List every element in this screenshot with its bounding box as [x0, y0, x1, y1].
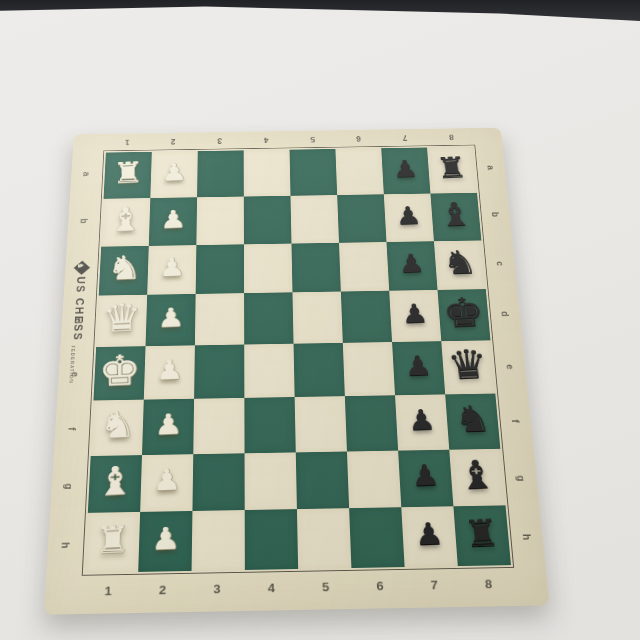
white-rook: ♜ — [113, 158, 144, 188]
table-edge-shadow — [0, 0, 640, 30]
white-pawn: ♟ — [157, 304, 184, 331]
black-bishop: ♝ — [436, 198, 474, 232]
square-b2[interactable]: ♟ — [149, 197, 197, 245]
file-label-right-h: h — [509, 507, 546, 568]
black-pawn: ♟ — [403, 351, 433, 379]
black-rook: ♜ — [462, 514, 501, 552]
square-a6[interactable] — [335, 148, 383, 195]
square-a7[interactable]: ♟ — [381, 148, 430, 195]
square-f2[interactable]: ♟ — [142, 399, 194, 455]
square-b6[interactable] — [337, 194, 386, 242]
black-king: ♚ — [441, 292, 487, 334]
square-g8[interactable]: ♝ — [449, 448, 505, 506]
rank-label-top-5: 5 — [289, 130, 336, 147]
square-g6[interactable] — [347, 450, 401, 508]
square-b5[interactable] — [290, 195, 338, 243]
square-f8[interactable]: ♞ — [445, 393, 500, 449]
square-e2[interactable]: ♟ — [144, 345, 195, 399]
square-b1[interactable]: ♝ — [101, 198, 150, 246]
square-c1[interactable]: ♞ — [99, 246, 149, 296]
white-king: ♚ — [99, 349, 142, 393]
white-rook: ♜ — [95, 520, 130, 559]
file-label-right-a: a — [475, 144, 507, 191]
black-pawn: ♟ — [410, 460, 441, 491]
square-a5[interactable] — [290, 149, 338, 196]
file-label-right-g: g — [503, 449, 539, 507]
rank-label-bottom-6: 6 — [352, 570, 408, 609]
square-e4[interactable] — [244, 344, 294, 398]
square-g5[interactable] — [296, 451, 349, 509]
white-pawn: ♟ — [159, 254, 186, 280]
white-pawn: ♟ — [156, 356, 184, 384]
square-f5[interactable] — [295, 396, 347, 452]
square-d4[interactable] — [244, 293, 293, 345]
rank-label-top-2: 2 — [150, 132, 197, 149]
white-bishop: ♝ — [109, 203, 144, 237]
white-pawn: ♟ — [154, 409, 182, 438]
white-pawn: ♟ — [160, 206, 186, 231]
rank-label-bottom-1: 1 — [80, 575, 136, 614]
square-f6[interactable] — [345, 395, 398, 451]
square-d6[interactable] — [341, 291, 392, 343]
square-a8[interactable]: ♜ — [427, 147, 477, 194]
square-b4[interactable] — [244, 196, 292, 244]
square-g2[interactable]: ♟ — [140, 454, 193, 512]
square-h7[interactable]: ♟ — [401, 507, 458, 568]
black-bishop: ♝ — [456, 454, 498, 495]
rank-label-top-4: 4 — [243, 131, 290, 148]
photo-scene: 12345678 abcdefgh abcdefgh 12345678 US C… — [0, 0, 640, 640]
white-pawn: ♟ — [153, 465, 182, 496]
black-rook: ♜ — [435, 153, 469, 183]
square-d5[interactable] — [292, 292, 342, 344]
rank-label-bottom-8: 8 — [460, 568, 517, 607]
square-d2[interactable]: ♟ — [146, 294, 196, 346]
square-e6[interactable] — [343, 342, 395, 396]
knight-icon — [74, 261, 90, 275]
white-pawn: ♟ — [151, 523, 180, 555]
rank-label-top-3: 3 — [197, 132, 244, 149]
square-d1[interactable]: ♛ — [96, 295, 147, 347]
rank-label-bottom-2: 2 — [135, 574, 190, 613]
knight-in-diamond-icon — [74, 261, 90, 275]
square-c5[interactable] — [291, 242, 340, 292]
square-g3[interactable] — [192, 453, 244, 511]
square-a1[interactable]: ♜ — [104, 152, 152, 199]
us-chess-logo-subtitle: FEDERATION — [68, 345, 76, 383]
chess-board: 12345678 abcdefgh abcdefgh 12345678 US C… — [44, 128, 550, 615]
square-a2[interactable]: ♟ — [150, 151, 197, 198]
us-chess-logo-text: US CHESS — [71, 276, 88, 341]
square-c2[interactable]: ♟ — [147, 245, 196, 295]
black-pawn: ♟ — [392, 156, 420, 180]
black-knight: ♞ — [441, 246, 479, 280]
file-label-left-f: f — [54, 401, 91, 458]
square-f4[interactable] — [244, 397, 295, 453]
white-queen: ♛ — [102, 298, 142, 339]
square-e7[interactable]: ♟ — [392, 341, 445, 395]
square-c7[interactable]: ♟ — [386, 241, 437, 291]
board-grid: ♜♟♟♜♝♟♟♝♞♟♟♞♛♟♟♚♚♟♟♛♞♟♟♞♝♟♟♝♜♟♟♜ — [85, 147, 511, 573]
square-c3[interactable] — [196, 244, 244, 294]
black-queen: ♛ — [445, 344, 490, 386]
rank-labels-bottom: 12345678 — [80, 568, 518, 614]
rank-label-top-1: 1 — [103, 133, 150, 150]
file-label-right-e: e — [493, 340, 528, 394]
square-h2[interactable]: ♟ — [138, 511, 192, 572]
black-knight: ♞ — [452, 400, 492, 438]
square-h5[interactable] — [297, 508, 351, 569]
square-g4[interactable] — [245, 452, 297, 510]
square-a4[interactable] — [244, 150, 291, 197]
square-c8[interactable]: ♞ — [434, 240, 486, 290]
square-a3[interactable] — [197, 150, 244, 197]
rank-label-bottom-7: 7 — [406, 569, 463, 608]
square-f7[interactable]: ♟ — [395, 394, 449, 450]
square-b8[interactable]: ♝ — [430, 193, 481, 241]
rank-label-top-8: 8 — [428, 128, 476, 145]
black-pawn: ♟ — [413, 518, 445, 550]
square-h6[interactable] — [349, 507, 404, 568]
square-e3[interactable] — [194, 345, 244, 399]
square-g1[interactable]: ♝ — [88, 455, 142, 513]
rank-label-bottom-3: 3 — [189, 573, 244, 612]
square-g7[interactable]: ♟ — [398, 449, 453, 507]
square-e8[interactable]: ♛ — [441, 340, 495, 394]
rank-label-top-6: 6 — [335, 130, 382, 147]
white-bishop: ♝ — [96, 461, 134, 502]
square-c6[interactable] — [339, 242, 389, 292]
black-pawn: ♟ — [397, 250, 426, 276]
rank-label-top-7: 7 — [381, 129, 428, 146]
rank-label-bottom-4: 4 — [244, 572, 299, 611]
rank-label-bottom-5: 5 — [298, 571, 354, 610]
board-frame: ♜♟♟♜♝♟♟♝♞♟♟♞♛♟♟♚♚♟♟♛♞♟♟♞♝♟♟♝♜♟♟♜ — [82, 145, 514, 576]
file-label-left-g: g — [50, 457, 88, 516]
white-knight: ♞ — [107, 251, 142, 285]
file-label-left-b: b — [67, 197, 101, 246]
file-label-right-b: b — [479, 191, 511, 239]
black-pawn: ♟ — [394, 202, 422, 227]
square-b3[interactable] — [196, 196, 244, 244]
square-d7[interactable]: ♟ — [389, 290, 441, 342]
file-label-right-f: f — [498, 393, 533, 449]
file-label-right-c: c — [484, 238, 517, 288]
square-d8[interactable]: ♚ — [438, 289, 491, 341]
file-label-left-a: a — [70, 151, 104, 198]
white-knight: ♞ — [99, 406, 136, 444]
square-d3[interactable] — [195, 293, 244, 345]
square-h8[interactable]: ♜ — [453, 506, 511, 566]
white-pawn: ♟ — [161, 160, 187, 185]
file-label-left-h: h — [46, 515, 85, 576]
square-f1[interactable]: ♞ — [91, 399, 144, 455]
board-perspective-wrap: 12345678 abcdefgh abcdefgh 12345678 US C… — [44, 128, 550, 615]
square-h1[interactable]: ♜ — [85, 512, 140, 573]
square-c4[interactable] — [244, 243, 293, 293]
square-e1[interactable]: ♚ — [93, 346, 145, 400]
square-e5[interactable] — [294, 343, 345, 397]
file-label-right-d: d — [488, 288, 522, 340]
square-f3[interactable] — [193, 398, 244, 454]
square-h3[interactable] — [192, 510, 245, 571]
black-pawn: ♟ — [407, 405, 438, 434]
black-pawn: ♟ — [400, 300, 429, 327]
square-b7[interactable]: ♟ — [384, 193, 434, 241]
square-h4[interactable] — [245, 509, 298, 570]
